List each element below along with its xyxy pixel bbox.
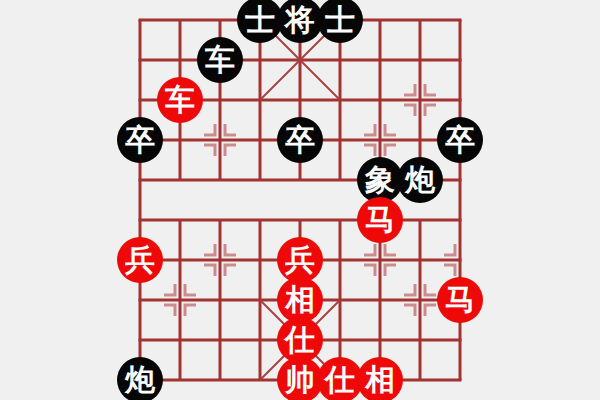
piece-black-cannon[interactable]: 炮 (397, 157, 443, 203)
piece-red-horse[interactable]: 马 (437, 277, 483, 323)
piece-black-advisor[interactable]: 士 (317, 0, 363, 43)
piece-black-soldier[interactable]: 卒 (437, 117, 483, 163)
piece-red-soldier[interactable]: 兵 (117, 237, 163, 283)
piece-black-soldier[interactable]: 卒 (277, 117, 323, 163)
piece-red-elephant[interactable]: 相 (357, 357, 403, 400)
piece-black-cannon[interactable]: 炮 (117, 357, 163, 400)
piece-red-chariot[interactable]: 车 (157, 77, 203, 123)
piece-red-horse[interactable]: 马 (357, 197, 403, 243)
piece-black-chariot[interactable]: 车 (197, 37, 243, 83)
xiangqi-board: 士将士车车卒卒卒象炮马兵兵相马仕炮帅仕相 (0, 0, 600, 400)
piece-black-soldier[interactable]: 卒 (117, 117, 163, 163)
pieces-layer: 士将士车车卒卒卒象炮马兵兵相马仕炮帅仕相 (0, 0, 600, 400)
